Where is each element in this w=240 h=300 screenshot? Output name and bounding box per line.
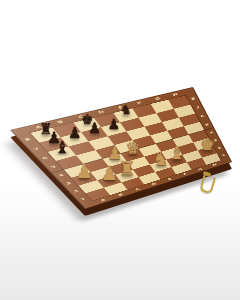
file-label-near-A: A bbox=[100, 198, 106, 202]
black-pawn[interactable]: ♟ bbox=[68, 126, 82, 141]
file-label-far-G: G bbox=[154, 97, 160, 101]
rank-label-right-2: 2 bbox=[217, 146, 221, 149]
rank-label-right-8: 8 bbox=[191, 97, 196, 101]
file-label-near-F: F bbox=[183, 173, 188, 176]
file-label-far-F: F bbox=[137, 101, 143, 105]
white-king[interactable]: ♚ bbox=[200, 137, 215, 154]
rank-label-right-5: 5 bbox=[205, 123, 210, 127]
rank-label-left-4: 4 bbox=[58, 173, 65, 177]
brass-clasp bbox=[199, 175, 216, 195]
rank-label-left-2: 2 bbox=[73, 190, 79, 194]
file-label-near-E: E bbox=[167, 177, 172, 180]
file-label-near-C: C bbox=[135, 188, 141, 192]
black-pawn[interactable]: ♟ bbox=[108, 117, 121, 131]
rank-label-right-6: 6 bbox=[200, 115, 205, 119]
black-bishop[interactable]: ♝ bbox=[55, 139, 70, 156]
file-label-near-G: G bbox=[198, 168, 203, 171]
black-pawn[interactable]: ♟ bbox=[88, 121, 101, 136]
rank-label-left-7: 7 bbox=[33, 147, 41, 151]
white-pawn[interactable]: ♟ bbox=[76, 162, 93, 181]
white-pawn[interactable]: ♟ bbox=[101, 164, 119, 184]
white-knight[interactable]: ♞ bbox=[153, 150, 169, 168]
file-label-far-H: H bbox=[172, 93, 178, 97]
file-label-near-D: D bbox=[151, 182, 157, 186]
white-queen[interactable]: ♛ bbox=[125, 140, 140, 157]
file-label-far-B: B bbox=[56, 120, 64, 124]
white-rook[interactable]: ♜ bbox=[119, 159, 136, 178]
rank-label-right-7: 7 bbox=[195, 106, 200, 110]
product-photo-scene: AA11BB22CC33DD44EE55FF66GG77HH88 ♜♚♞♟♟♟♟… bbox=[0, 0, 240, 300]
file-label-near-H: H bbox=[212, 163, 217, 166]
file-label-near-B: B bbox=[118, 193, 124, 197]
rank-label-left-3: 3 bbox=[65, 182, 72, 186]
white-bishop[interactable]: ♝ bbox=[169, 145, 185, 162]
file-label-far-D: D bbox=[98, 110, 105, 114]
rank-label-left-6: 6 bbox=[42, 156, 49, 160]
rank-label-left-8: 8 bbox=[24, 137, 32, 141]
rank-label-left-5: 5 bbox=[50, 165, 57, 169]
black-knight[interactable]: ♞ bbox=[120, 104, 131, 117]
rank-label-right-1: 1 bbox=[221, 154, 225, 157]
rank-label-left-1: 1 bbox=[80, 197, 86, 201]
